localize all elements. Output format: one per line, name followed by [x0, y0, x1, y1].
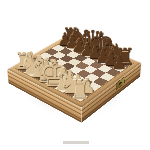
square-c2	[39, 67, 54, 75]
square-b1	[24, 68, 39, 76]
square-h5	[100, 73, 115, 82]
square-e2	[54, 75, 69, 84]
square-h8	[118, 60, 132, 68]
square-g1	[63, 88, 79, 97]
product-photo-stage: ♜♞♝♛♚♝♞♜♟♟♟♟♟♟♟♟♟♟♟♟♟♟♟♟♜♞♝♛♚♝♞♜	[0, 0, 150, 150]
square-f4	[76, 70, 91, 78]
square-d1	[39, 76, 54, 85]
latch-keyhole-icon	[119, 81, 122, 85]
square-g5	[91, 69, 106, 77]
square-h1	[72, 92, 88, 102]
square-c1	[31, 72, 46, 80]
square-d2	[46, 71, 61, 79]
square-f1	[55, 83, 71, 92]
square-h3	[86, 82, 101, 91]
watermark	[63, 141, 89, 144]
square-e4	[68, 66, 83, 74]
square-h6	[106, 68, 121, 76]
square-h4	[93, 77, 108, 86]
square-f2	[62, 79, 77, 88]
square-d3	[54, 67, 69, 75]
square-h2	[79, 87, 95, 96]
square-g3	[78, 78, 93, 87]
square-e1	[47, 79, 62, 88]
square-e3	[61, 70, 76, 78]
square-f5	[83, 65, 98, 73]
square-f3	[69, 74, 84, 83]
square-g2	[71, 83, 87, 92]
square-g4	[85, 73, 100, 82]
